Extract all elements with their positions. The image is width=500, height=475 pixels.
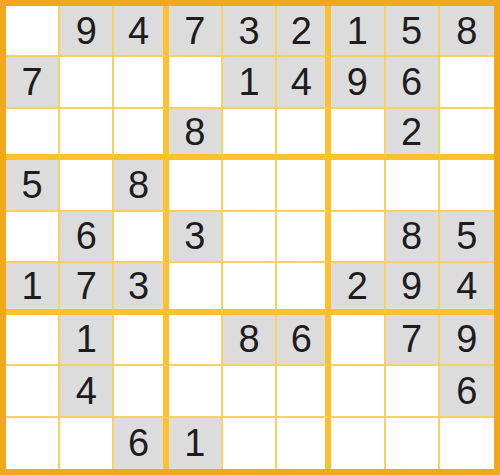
cell-r8c4[interactable]: [169, 366, 223, 417]
cell-r7c8: 7: [386, 315, 440, 366]
cell-r3c7[interactable]: [331, 109, 385, 160]
cell-r9c5[interactable]: [223, 418, 277, 469]
cell-r3c5[interactable]: [223, 109, 277, 160]
cell-r7c5: 8: [223, 315, 277, 366]
cell-r5c4: 3: [169, 212, 223, 263]
cell-r1c6: 2: [277, 6, 331, 57]
cell-r7c4[interactable]: [169, 315, 223, 366]
sudoku-board: 947321587149682586385173294186794661: [6, 6, 494, 469]
cell-r9c4: 1: [169, 418, 223, 469]
cell-r1c9: 8: [440, 6, 494, 57]
cell-r2c8: 6: [386, 57, 440, 108]
cell-r3c6[interactable]: [277, 109, 331, 160]
cell-r6c3: 3: [114, 263, 168, 314]
cell-r9c2[interactable]: [60, 418, 114, 469]
cell-r1c8: 5: [386, 6, 440, 57]
cell-r1c3: 4: [114, 6, 168, 57]
cell-r2c5: 1: [223, 57, 277, 108]
cell-r6c2: 7: [60, 263, 114, 314]
cell-r1c4: 7: [169, 6, 223, 57]
cell-r9c3: 6: [114, 418, 168, 469]
cell-r3c9[interactable]: [440, 109, 494, 160]
cell-r1c5: 3: [223, 6, 277, 57]
cell-r3c4: 8: [169, 109, 223, 160]
cell-r4c7[interactable]: [331, 160, 385, 211]
cell-r9c1[interactable]: [6, 418, 60, 469]
cell-r8c7[interactable]: [331, 366, 385, 417]
cell-r2c2[interactable]: [60, 57, 114, 108]
cell-r4c1: 5: [6, 160, 60, 211]
sudoku-board-frame: 947321587149682586385173294186794661: [0, 0, 500, 475]
cell-r9c9[interactable]: [440, 418, 494, 469]
cell-r5c5[interactable]: [223, 212, 277, 263]
cell-r6c5[interactable]: [223, 263, 277, 314]
cell-r6c1: 1: [6, 263, 60, 314]
cell-r6c8: 9: [386, 263, 440, 314]
cell-r5c9: 5: [440, 212, 494, 263]
cell-r1c1[interactable]: [6, 6, 60, 57]
cell-r4c6[interactable]: [277, 160, 331, 211]
cell-r5c2: 6: [60, 212, 114, 263]
cell-r2c6: 4: [277, 57, 331, 108]
cell-r7c2: 1: [60, 315, 114, 366]
cell-r7c1[interactable]: [6, 315, 60, 366]
cell-r9c7[interactable]: [331, 418, 385, 469]
cell-r7c3[interactable]: [114, 315, 168, 366]
cell-r4c2[interactable]: [60, 160, 114, 211]
cell-r9c8[interactable]: [386, 418, 440, 469]
cell-r4c5[interactable]: [223, 160, 277, 211]
cell-r2c9[interactable]: [440, 57, 494, 108]
cell-r7c6: 6: [277, 315, 331, 366]
cell-r1c7: 1: [331, 6, 385, 57]
cell-r6c6[interactable]: [277, 263, 331, 314]
cell-r3c1[interactable]: [6, 109, 60, 160]
cell-r4c4[interactable]: [169, 160, 223, 211]
cell-r7c9: 9: [440, 315, 494, 366]
cell-r4c3: 8: [114, 160, 168, 211]
cell-r4c8[interactable]: [386, 160, 440, 211]
cell-r8c9: 6: [440, 366, 494, 417]
cell-r1c2: 9: [60, 6, 114, 57]
cell-r5c6[interactable]: [277, 212, 331, 263]
cell-r3c8: 2: [386, 109, 440, 160]
cell-r6c4[interactable]: [169, 263, 223, 314]
cell-r9c6[interactable]: [277, 418, 331, 469]
cell-r2c4[interactable]: [169, 57, 223, 108]
cell-r8c3[interactable]: [114, 366, 168, 417]
cell-r4c9[interactable]: [440, 160, 494, 211]
cell-r7c7[interactable]: [331, 315, 385, 366]
cell-r6c7: 2: [331, 263, 385, 314]
cell-r8c5[interactable]: [223, 366, 277, 417]
cell-r2c1: 7: [6, 57, 60, 108]
cell-r5c7[interactable]: [331, 212, 385, 263]
cell-r5c1[interactable]: [6, 212, 60, 263]
cell-r3c2[interactable]: [60, 109, 114, 160]
cell-r8c2: 4: [60, 366, 114, 417]
cell-r3c3[interactable]: [114, 109, 168, 160]
cell-r8c8[interactable]: [386, 366, 440, 417]
cell-r2c3[interactable]: [114, 57, 168, 108]
cell-r5c3[interactable]: [114, 212, 168, 263]
cell-r5c8: 8: [386, 212, 440, 263]
cell-r8c6[interactable]: [277, 366, 331, 417]
cell-r2c7: 9: [331, 57, 385, 108]
cell-r8c1[interactable]: [6, 366, 60, 417]
cell-r6c9: 4: [440, 263, 494, 314]
